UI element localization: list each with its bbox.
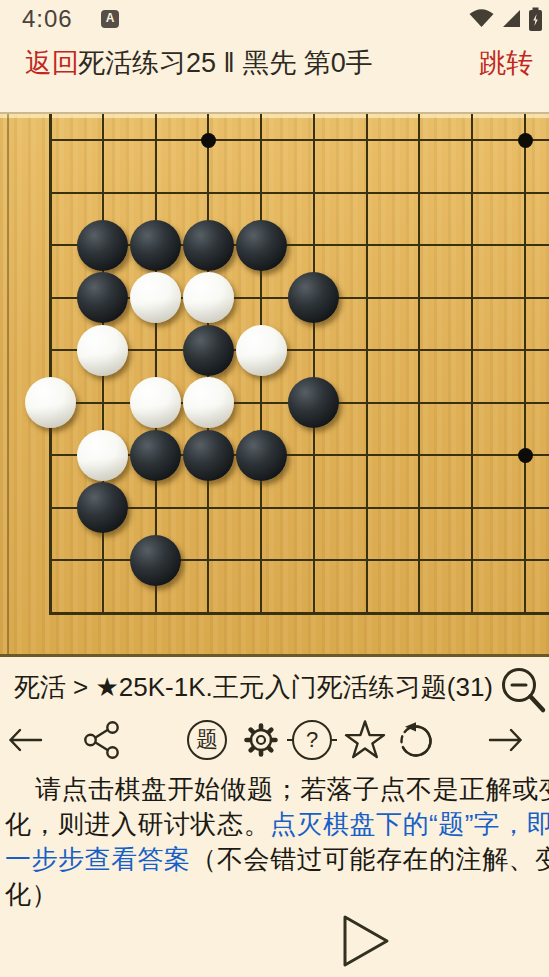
white-stone [130,377,181,428]
wifi-icon [468,8,495,30]
white-stone [183,377,234,428]
black-stone [77,482,128,533]
black-stone [288,272,339,323]
instruction-line: 一步步查看答案（不会错过可能存在的注解、变 [5,842,544,877]
ti-character-circle-icon: 题 [187,720,227,760]
black-stone [130,535,181,586]
instruction-line: 请点击棋盘开始做题；若落子点不是正解或变 [5,772,544,807]
breadcrumb: 死活 > ★25K-1K.王元入门死活练习题(31) [0,662,549,712]
battery-charging-icon [528,7,543,31]
counterclockwise-arrow-icon [394,718,438,762]
black-stone [130,430,181,481]
gear-icon [239,718,283,762]
black-stone [183,430,234,481]
status-bar: 4:06 A [0,0,549,40]
play-button[interactable] [334,908,396,974]
share-button[interactable] [79,716,125,764]
black-stone [183,220,234,271]
star-point [518,133,533,148]
back-button[interactable]: 返回 [25,45,79,81]
app-screen: 4:06 A 返回 死活练习25 ‖ 黑先 第0手 跳转 死活 > ★25K-1… [0,0,549,977]
help-button[interactable]: ? [289,716,335,764]
white-stone [236,325,287,376]
clock: 4:06 [22,5,73,33]
black-stone [77,220,128,271]
white-stone [77,430,128,481]
star-point [518,448,533,463]
notification-a-icon: A [101,10,119,28]
jump-button[interactable]: 跳转 [479,45,533,81]
white-stone [130,272,181,323]
instructions-text: 请点击棋盘开始做题；若落子点不是正解或变化，则进入研讨状态。点灭棋盘下的“题”字… [0,772,549,912]
question-circle-icon: ? [292,720,332,760]
instruction-line: 化） [5,877,544,912]
page-title: 死活练习25 ‖ 黑先 第0手 [78,45,373,81]
star-icon [343,719,387,761]
problem-answer-button[interactable]: 题 [184,716,230,764]
header-bar: 返回 死活练习25 ‖ 黑先 第0手 跳转 [0,42,549,80]
black-stone [236,220,287,271]
black-stone [288,377,339,428]
black-stone [77,272,128,323]
white-stone [77,325,128,376]
reset-button[interactable] [393,716,439,764]
prev-button[interactable] [2,716,48,764]
favorite-button[interactable] [342,716,388,764]
zoom-out-magnifier-icon[interactable] [498,664,548,716]
signal-icon [501,8,522,30]
black-stone [183,325,234,376]
black-stone [130,220,181,271]
white-stone [183,272,234,323]
go-board[interactable] [0,112,549,657]
white-stone [25,377,76,428]
settings-button[interactable] [238,716,284,764]
instruction-line: 化，则进入研讨状态。点灭棋盘下的“题”字，即可 [5,807,544,842]
star-point [201,133,216,148]
black-stone [236,430,287,481]
next-button[interactable] [483,716,529,764]
play-triangle-icon [334,908,396,974]
toolbar: 题 ? [0,714,549,766]
